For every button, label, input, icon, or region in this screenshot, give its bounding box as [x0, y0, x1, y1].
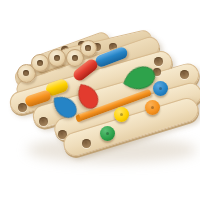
front-slat-2-hole-3	[180, 70, 189, 79]
front-slat-1-hole-2	[154, 57, 163, 66]
wood-disc-1-hole	[23, 70, 29, 76]
wood-disc-5	[80, 40, 97, 57]
product-photo-wooden-toy	[0, 0, 200, 200]
orange-dot-dimple	[151, 106, 154, 109]
wood-disc-5-hole	[85, 45, 91, 51]
wood-disc-3	[48, 49, 66, 67]
front-slat-2-hole-1	[39, 117, 48, 126]
front-slat-4-hole-1	[82, 139, 91, 148]
blue-dot-dimple	[159, 87, 162, 90]
orange-dot	[145, 100, 160, 115]
yellow-dot	[114, 107, 129, 122]
yellow-dot-dimple	[120, 113, 123, 116]
wood-disc-4-hole	[72, 55, 78, 61]
blue-dot	[153, 81, 168, 96]
green-dot-dimple	[106, 132, 109, 135]
wood-disc-2-hole	[37, 60, 43, 66]
wood-disc-2	[31, 54, 49, 72]
green-dot	[100, 126, 115, 141]
wood-disc-3-hole	[54, 55, 60, 61]
